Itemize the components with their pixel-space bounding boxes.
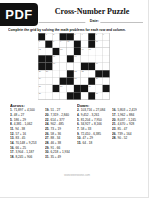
grid-cell-white: 5 — [95, 33, 102, 40]
clue-number: 21 — [46, 70, 48, 72]
clue-number: 28 — [60, 85, 62, 87]
grid-cell-white — [67, 63, 74, 70]
grid-cell-black — [67, 55, 74, 62]
clue-line: 2.103,716 + 27,084 — [77, 108, 110, 113]
worksheet-page[interactable]: PDF Cross-Number Puzzle Name: Date: Comp… — [0, 0, 149, 198]
clue-number: 25 — [74, 78, 76, 80]
clue-number: 26 — [96, 78, 98, 80]
clue-number: 20 — [39, 70, 41, 72]
grid-cell-white: 16 — [53, 55, 60, 62]
clue-line: 3.48 + 27 — [10, 112, 43, 117]
clue-line: 22.614 + 377 — [45, 117, 78, 122]
grid-cell-white: 29 — [88, 85, 95, 92]
clue-number: 16 — [53, 55, 55, 57]
clue-line: 23.85 - 47 — [112, 126, 145, 131]
clue-line: 28.90 - 52 — [112, 135, 145, 140]
clue-number: 4 — [81, 33, 82, 35]
clue-line: 6.34,927 + 8,166 — [77, 121, 110, 126]
clue-line: 10.47 + 29 — [77, 135, 110, 140]
grid-cell-black — [53, 48, 60, 55]
clue-line: 4.9,452 - 3,261 — [77, 112, 110, 117]
name-blank-line — [39, 19, 86, 23]
grid-cell-black — [38, 33, 45, 40]
grid-cell-white — [95, 85, 102, 92]
clue-number: 3 — [74, 33, 75, 35]
clue-line: 31.35 + 49 — [45, 154, 78, 159]
clue-number: 31 — [96, 92, 98, 94]
clue-number: 6 — [103, 33, 104, 35]
grid-cell-white: 11 — [95, 41, 102, 48]
grid-cell-black — [95, 70, 102, 77]
grid-cell-black — [53, 85, 60, 92]
grid-cell-white: 17 — [74, 55, 81, 62]
grid-cell-white — [103, 55, 110, 62]
clue-number: 24 — [39, 78, 41, 80]
grid-cell-white: 4 — [81, 33, 88, 40]
grid-cell-white: 3 — [74, 33, 81, 40]
grid-cell-black — [67, 92, 74, 99]
clue-line: 29.91 - 66 — [45, 145, 78, 150]
clue-number: 8 — [53, 41, 54, 43]
page-title: Cross-Number Puzzle — [38, 7, 146, 16]
clue-line: 5.186 + 29 — [10, 117, 43, 122]
grid-cell-white: 15 — [88, 48, 95, 55]
clue-line: 9.72,410 - 6,385 — [77, 131, 110, 136]
clue-line: 15.64 - 18 — [77, 140, 110, 145]
grid-cell-white: 10 — [67, 41, 74, 48]
grid-cell-black — [60, 33, 67, 40]
clue-number: 12 — [39, 48, 41, 50]
grid-cell-white — [45, 92, 52, 99]
clue-number: 11 — [96, 41, 98, 43]
clue-number: 22 — [74, 70, 76, 72]
grid-cell-white — [103, 63, 110, 70]
grid-cell-white — [103, 78, 110, 85]
grid-cell-white: 8 — [53, 41, 60, 48]
grid-cell-black — [74, 85, 81, 92]
puzzle-grid: 1234567891011121314151617181920212223242… — [38, 33, 110, 100]
grid-cell-black — [67, 33, 74, 40]
date-label: Date: — [90, 19, 99, 23]
grid-cell-black — [88, 92, 95, 99]
grid-cell-white: 30 — [38, 92, 45, 99]
pdf-badge-label: PDF — [5, 7, 33, 22]
grid-cell-black — [74, 48, 81, 55]
clue-line: 16.5,803 + 2,419 — [112, 108, 145, 113]
grid-cell-black — [88, 33, 95, 40]
grid-cell-white: 14 — [81, 48, 88, 55]
clue-number: 2 — [53, 33, 54, 35]
clue-line: 5.81,204 + 7,950 — [77, 117, 110, 122]
grid-cell-white — [95, 48, 102, 55]
clue-number: 1 — [46, 33, 47, 35]
grid-cell-black — [88, 63, 95, 70]
grid-cell-black — [103, 70, 110, 77]
grid-cell-white: 22 — [74, 70, 81, 77]
grid-cell-black — [67, 70, 74, 77]
grid-cell-white — [88, 70, 95, 77]
footer-text: WorksheetWorks.com — [37, 174, 117, 177]
grid-cell-white — [60, 63, 67, 70]
instructions-text: Complete the grid by solving the math pr… — [8, 28, 148, 32]
puzzle-grid-wrap: 1234567891011121314151617181920212223242… — [38, 33, 110, 100]
grid-cell-white — [103, 92, 110, 99]
clue-line: 24.902 - 485 — [45, 121, 78, 126]
grid-cell-white: 24 — [38, 78, 45, 85]
clue-line: 16.66 + 25 — [10, 145, 43, 150]
clue-number: 27 — [39, 85, 41, 87]
grid-cell-white: 13 — [60, 48, 67, 55]
down-clues-col-2: 16.5,803 + 2,41917.1,962 + 88420.8,037 -… — [112, 108, 145, 162]
grid-cell-white: 25 — [74, 78, 81, 85]
clue-line: 27.88 - 34 — [45, 135, 78, 140]
grid-cell-white: 23 — [81, 70, 88, 77]
clue-line: 26.58 + 36 — [45, 131, 78, 136]
grid-cell-white — [45, 85, 52, 92]
grid-cell-black — [81, 63, 88, 70]
clue-line: 7.58 + 33 — [77, 126, 110, 131]
grid-cell-white — [60, 55, 67, 62]
grid-cell-white — [53, 92, 60, 99]
grid-cell-white: 27 — [38, 85, 45, 92]
clue-line: 1.71,897 + 4,500 — [10, 108, 43, 113]
across-header: Across: — [10, 103, 20, 108]
pdf-badge: PDF — [0, 3, 38, 26]
grid-cell-white — [103, 41, 110, 48]
grid-cell-white — [60, 70, 67, 77]
clue-line: 25.73 + 19 — [45, 126, 78, 131]
grid-cell-white: 6 — [103, 33, 110, 40]
clue-line: 30.6,218 + 1,934 — [45, 149, 78, 154]
clue-line: 18.8,245 + 906 — [10, 154, 43, 159]
clue-line: 21.4,670 + 928 — [112, 121, 145, 126]
grid-cell-black — [88, 78, 95, 85]
grid-cell-white: 9 — [60, 41, 67, 48]
clue-number: 5 — [96, 33, 97, 35]
grid-cell-black — [81, 85, 88, 92]
grid-cell-white — [45, 48, 52, 55]
grid-cell-white: 7 — [38, 41, 45, 48]
clue-line: 17.1,962 + 884 — [112, 112, 145, 117]
clue-number: 29 — [89, 85, 91, 87]
across-clues-col-1: 1.71,897 + 4,5003.48 + 275.186 + 298.4,3… — [10, 108, 43, 162]
clue-number: 9 — [60, 41, 61, 43]
grid-cell-black — [38, 55, 45, 62]
grid-cell-white — [67, 48, 74, 55]
date-blank-line — [100, 19, 143, 23]
clue-line: 20.7,319 - 2,840 — [45, 112, 78, 117]
across-clues-col-2: 19.51 - 2720.7,319 - 2,84022.614 + 37724… — [45, 108, 78, 162]
grid-cell-white — [45, 78, 52, 85]
down-header: Down: — [77, 103, 87, 108]
clue-line: 19.51 - 27 — [45, 108, 78, 113]
down-clues-col-1: 2.103,716 + 27,0844.9,452 - 3,2615.81,20… — [77, 108, 110, 162]
grid-cell-white — [53, 78, 60, 85]
clue-number: 17 — [74, 55, 76, 57]
grid-cell-white — [67, 85, 74, 92]
clue-number: 7 — [39, 41, 40, 43]
grid-cell-black — [45, 41, 52, 48]
clue-number: 30 — [39, 92, 41, 94]
grid-cell-white: 2 — [53, 33, 60, 40]
grid-cell-black — [60, 78, 67, 85]
grid-cell-white — [53, 70, 60, 77]
clue-line: 20.8,037 - 1,245 — [112, 117, 145, 122]
clue-line: 8.4,381 - 1,062 — [10, 121, 43, 126]
grid-cell-white: 21 — [45, 70, 52, 77]
grid-cell-white: 19 — [95, 63, 102, 70]
grid-cell-white — [81, 92, 88, 99]
clue-number: 13 — [60, 48, 62, 50]
clue-number: 18 — [53, 63, 55, 65]
grid-cell-black — [67, 78, 74, 85]
grid-cell-black — [45, 63, 52, 70]
clue-number: 23 — [81, 70, 83, 72]
grid-cell-black — [45, 55, 52, 62]
grid-cell-white: 28 — [60, 85, 67, 92]
clue-line: 28.46 + 38 — [45, 140, 78, 145]
clue-line: 11.94 - 38 — [10, 126, 43, 131]
clue-line: 26.739 + 164 — [112, 131, 145, 136]
grid-cell-white — [81, 78, 88, 85]
clue-number: 10 — [67, 41, 69, 43]
clue-line: 12.57 + 16 — [10, 131, 43, 136]
grid-cell-white — [88, 55, 95, 62]
clue-line: 14.70,148 + 9,253 — [10, 140, 43, 145]
clue-line: 17.3,904 - 1,187 — [10, 149, 43, 154]
clue-number: 14 — [81, 48, 83, 50]
grid-cell-black — [74, 92, 81, 99]
grid-cell-white — [60, 92, 67, 99]
clue-line: 13.83 - 45 — [10, 135, 43, 140]
grid-cell-white: 1 — [45, 33, 52, 40]
grid-cell-white — [74, 63, 81, 70]
clue-number: 15 — [89, 48, 91, 50]
grid-cell-white — [81, 41, 88, 48]
grid-cell-white — [81, 55, 88, 62]
grid-cell-black — [74, 41, 81, 48]
grid-cell-white: 20 — [38, 70, 45, 77]
grid-cell-white: 12 — [38, 48, 45, 55]
grid-cell-white: 31 — [95, 92, 102, 99]
clue-number: 19 — [96, 63, 98, 65]
grid-cell-white: 26 — [95, 78, 102, 85]
footer-row: WorksheetWorks.com — [37, 174, 117, 178]
grid-cell-white: 18 — [53, 63, 60, 70]
grid-cell-white — [103, 48, 110, 55]
grid-cell-black — [88, 41, 95, 48]
grid-cell-black — [38, 63, 45, 70]
grid-cell-white — [95, 55, 102, 62]
grid-cell-black — [103, 85, 110, 92]
